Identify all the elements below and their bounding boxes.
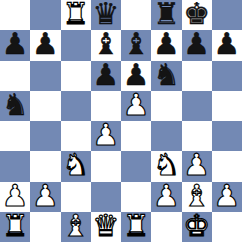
black-pawn[interactable]: ♟ (92, 61, 119, 90)
square-a7[interactable]: ♟ (0, 30, 30, 60)
square-d5[interactable] (91, 91, 121, 121)
white-queen[interactable]: ♛ (92, 212, 119, 241)
square-a8[interactable] (0, 0, 30, 30)
square-g7[interactable]: ♟ (182, 30, 212, 60)
black-knight[interactable]: ♞ (2, 91, 29, 120)
white-knight[interactable]: ♞ (62, 151, 89, 180)
black-bishop[interactable]: ♝ (123, 30, 150, 59)
square-f3[interactable]: ♞ (151, 151, 181, 181)
square-d1[interactable]: ♛ (91, 212, 121, 242)
white-pawn[interactable]: ♟ (92, 121, 119, 150)
square-g3[interactable]: ♟ (182, 151, 212, 181)
black-rook[interactable]: ♜ (153, 0, 180, 29)
square-c2[interactable] (61, 182, 91, 212)
square-c4[interactable] (61, 121, 91, 151)
white-pawn[interactable]: ♟ (2, 182, 29, 211)
square-c3[interactable]: ♞ (61, 151, 91, 181)
black-pawn[interactable]: ♟ (123, 61, 150, 90)
square-d4[interactable]: ♟ (91, 121, 121, 151)
square-b7[interactable]: ♟ (30, 30, 60, 60)
white-pawn[interactable]: ♟ (153, 182, 180, 211)
square-g6[interactable] (182, 61, 212, 91)
square-b5[interactable] (30, 91, 60, 121)
square-h8[interactable] (212, 0, 242, 30)
black-knight[interactable]: ♞ (153, 61, 180, 90)
black-pawn[interactable]: ♟ (2, 30, 29, 59)
square-h3[interactable] (212, 151, 242, 181)
square-a2[interactable]: ♟ (0, 182, 30, 212)
square-h5[interactable] (212, 91, 242, 121)
square-h7[interactable]: ♟ (212, 30, 242, 60)
black-pawn[interactable]: ♟ (32, 30, 59, 59)
square-f8[interactable]: ♜ (151, 0, 181, 30)
chess-board: ♜♛♜♚♟♟♝♝♟♟♟♟♟♞♞♟♟♞♞♟♟♟♟♝♟♜♝♛♜♚ (0, 0, 242, 242)
square-e2[interactable] (121, 182, 151, 212)
square-h1[interactable] (212, 212, 242, 242)
square-a6[interactable] (0, 61, 30, 91)
white-bishop[interactable]: ♝ (183, 182, 210, 211)
square-b4[interactable] (30, 121, 60, 151)
square-f1[interactable] (151, 212, 181, 242)
black-pawn[interactable]: ♟ (153, 30, 180, 59)
square-b2[interactable]: ♟ (30, 182, 60, 212)
square-e4[interactable] (121, 121, 151, 151)
square-g2[interactable]: ♝ (182, 182, 212, 212)
white-bishop[interactable]: ♝ (62, 212, 89, 241)
square-e5[interactable]: ♟ (121, 91, 151, 121)
square-e1[interactable]: ♜ (121, 212, 151, 242)
square-d2[interactable] (91, 182, 121, 212)
square-c8[interactable]: ♜ (61, 0, 91, 30)
square-h2[interactable]: ♟ (212, 182, 242, 212)
black-king[interactable]: ♚ (183, 0, 210, 29)
black-pawn[interactable]: ♟ (213, 30, 240, 59)
square-c5[interactable] (61, 91, 91, 121)
square-g1[interactable]: ♚ (182, 212, 212, 242)
white-knight[interactable]: ♞ (153, 151, 180, 180)
square-b8[interactable] (30, 0, 60, 30)
square-c1[interactable]: ♝ (61, 212, 91, 242)
square-c6[interactable] (61, 61, 91, 91)
square-f4[interactable] (151, 121, 181, 151)
square-a1[interactable]: ♜ (0, 212, 30, 242)
square-b3[interactable] (30, 151, 60, 181)
square-e8[interactable] (121, 0, 151, 30)
square-e3[interactable] (121, 151, 151, 181)
white-rook[interactable]: ♜ (62, 0, 89, 29)
white-pawn[interactable]: ♟ (123, 91, 150, 120)
square-a3[interactable] (0, 151, 30, 181)
square-f6[interactable]: ♞ (151, 61, 181, 91)
square-e6[interactable]: ♟ (121, 61, 151, 91)
square-g5[interactable] (182, 91, 212, 121)
square-f2[interactable]: ♟ (151, 182, 181, 212)
white-rook[interactable]: ♜ (123, 212, 150, 241)
square-h6[interactable] (212, 61, 242, 91)
square-f7[interactable]: ♟ (151, 30, 181, 60)
white-pawn[interactable]: ♟ (32, 182, 59, 211)
black-bishop[interactable]: ♝ (92, 30, 119, 59)
square-d3[interactable] (91, 151, 121, 181)
square-c7[interactable] (61, 30, 91, 60)
black-queen[interactable]: ♛ (92, 0, 119, 29)
square-e7[interactable]: ♝ (121, 30, 151, 60)
square-f5[interactable] (151, 91, 181, 121)
white-rook[interactable]: ♜ (2, 212, 29, 241)
square-a4[interactable] (0, 121, 30, 151)
square-b6[interactable] (30, 61, 60, 91)
white-king[interactable]: ♚ (183, 212, 210, 241)
square-d6[interactable]: ♟ (91, 61, 121, 91)
square-a5[interactable]: ♞ (0, 91, 30, 121)
white-pawn[interactable]: ♟ (183, 151, 210, 180)
square-b1[interactable] (30, 212, 60, 242)
square-d7[interactable]: ♝ (91, 30, 121, 60)
square-g8[interactable]: ♚ (182, 0, 212, 30)
square-d8[interactable]: ♛ (91, 0, 121, 30)
black-pawn[interactable]: ♟ (183, 30, 210, 59)
square-g4[interactable] (182, 121, 212, 151)
square-h4[interactable] (212, 121, 242, 151)
white-pawn[interactable]: ♟ (213, 182, 240, 211)
